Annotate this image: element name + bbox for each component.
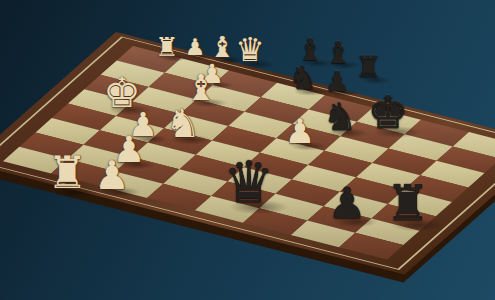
black-knight[interactable]: ♞: [323, 98, 357, 136]
black-queen[interactable]: ♛: [223, 154, 274, 211]
white-pawn[interactable]: ♟: [285, 115, 315, 149]
white-rook[interactable]: ♜: [155, 34, 178, 60]
white-knight[interactable]: ♞: [165, 104, 200, 143]
white-pawn[interactable]: ♟: [94, 156, 129, 196]
black-rook[interactable]: ♜: [386, 179, 430, 229]
white-rook[interactable]: ♜: [47, 151, 87, 196]
black-pawn[interactable]: ♟: [325, 68, 349, 95]
black-bishop[interactable]: ♝: [325, 38, 352, 68]
white-pawn[interactable]: ♟: [185, 36, 206, 59]
black-rook[interactable]: ♜: [355, 53, 381, 82]
white-queen[interactable]: ♛: [235, 34, 264, 67]
black-knight[interactable]: ♞: [288, 62, 317, 94]
chess-scene: ♟♜♝♝♛♝♜♟♞♟♝♚♚♞♟♞♟♟♜♟♛♟♜: [0, 0, 495, 300]
black-pawn[interactable]: ♟: [328, 182, 367, 225]
black-king[interactable]: ♚: [368, 90, 409, 136]
